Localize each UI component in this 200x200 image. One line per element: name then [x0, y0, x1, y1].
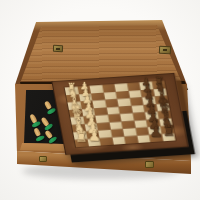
square-a8[interactable]: ♜ [162, 133, 176, 141]
square-a2[interactable]: ♟ [87, 138, 101, 146]
front-clasp-right[interactable] [145, 161, 154, 168]
board-grid: ♜♟♟♜♞♟♟♞♝♟♟♝♚♟♟♚♛♟♟♛♝♟♟♝♞♟♟♞♜♟♟♜ [65, 81, 176, 147]
piece-black-pawn[interactable]: ♟ [150, 125, 163, 139]
chess-set-scene: ♜♟♟♜♞♟♟♞♝♟♟♝♚♟♟♚♛♟♟♛♝♟♟♝♞♟♟♞♜♟♟♜ [0, 0, 200, 200]
piece-black-rook[interactable]: ♜ [162, 124, 175, 138]
square-a1[interactable]: ♜ [75, 139, 89, 147]
square-a7[interactable]: ♟ [149, 134, 163, 142]
board-frame: ♜♟♟♜♞♟♟♞♝♟♟♝♚♟♟♚♛♟♟♛♝♟♟♝♞♟♟♞♜♟♟♜ [51, 73, 188, 155]
chess-board: ♜♟♟♜♞♟♟♞♝♟♟♝♚♟♟♚♛♟♟♛♝♟♟♝♞♟♟♞♜♟♟♜ [51, 73, 188, 155]
front-clasp-left[interactable] [39, 156, 47, 162]
lid-latch-plate-right [159, 46, 171, 55]
lid-latch-plate-left [53, 45, 63, 52]
piece-white-rook[interactable]: ♜ [75, 130, 88, 144]
piece-white-pawn[interactable]: ♟ [88, 129, 101, 143]
